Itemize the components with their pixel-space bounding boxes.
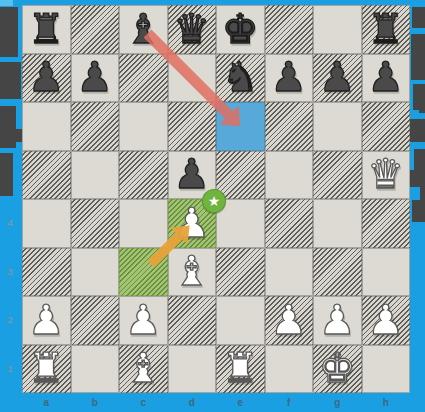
screen-tear-artifact (0, 153, 13, 196)
file-label-h: h (362, 394, 411, 410)
square-g6[interactable] (313, 102, 362, 151)
square-h6[interactable] (362, 102, 411, 151)
square-f1[interactable] (265, 345, 314, 394)
screen-tear-artifact (420, 186, 425, 201)
black-pawn-f7[interactable]: ♟ (265, 54, 314, 103)
square-g4[interactable] (313, 199, 362, 248)
square-b2[interactable] (71, 296, 120, 345)
screen-tear-artifact (410, 119, 425, 142)
file-label-a: a (22, 394, 71, 410)
rank-label-2: 2 (0, 296, 20, 345)
screen-tear-artifact (410, 170, 425, 187)
square-c4[interactable] (119, 199, 168, 248)
white-queen-h5[interactable]: ♛ (362, 151, 411, 200)
white-bishop-c1[interactable]: ♝ (119, 345, 168, 394)
square-f6[interactable] (265, 102, 314, 151)
black-pawn-b7[interactable]: ♟ (71, 54, 120, 103)
black-pawn-h7[interactable]: ♟ (362, 54, 411, 103)
square-g5[interactable] (313, 151, 362, 200)
black-pawn-g7[interactable]: ♟ (313, 54, 362, 103)
black-queen-d8[interactable]: ♛ (168, 5, 217, 54)
white-pawn-a2[interactable]: ♟ (22, 296, 71, 345)
square-b1[interactable] (71, 345, 120, 394)
square-b5[interactable] (71, 151, 120, 200)
screen-tear-artifact (419, 95, 425, 113)
rank-label-4: 4 (0, 199, 20, 248)
square-a6[interactable] (22, 102, 71, 151)
black-pawn-a7[interactable]: ♟ (22, 54, 71, 103)
file-label-b: b (71, 394, 120, 410)
screen-tear-artifact (0, 129, 22, 142)
square-d7[interactable] (168, 54, 217, 103)
white-pawn-h2[interactable]: ♟ (362, 296, 411, 345)
square-e3[interactable] (216, 248, 265, 297)
file-label-g: g (313, 394, 362, 410)
square-g8[interactable] (313, 5, 362, 54)
file-label-f: f (265, 394, 314, 410)
square-a3[interactable] (22, 248, 71, 297)
rank-label-1: 1 (0, 345, 20, 394)
screen-tear-artifact (411, 34, 425, 80)
file-label-c: c (119, 394, 168, 410)
white-bishop-d3[interactable]: ♝ (168, 248, 217, 297)
black-rook-a8[interactable]: ♜ (22, 5, 71, 54)
file-label-e: e (216, 394, 265, 410)
square-b3[interactable] (71, 248, 120, 297)
white-king-g1[interactable]: ♚ (313, 345, 362, 394)
rank-label-3: 3 (0, 248, 20, 297)
square-h3[interactable] (362, 248, 411, 297)
black-rook-h8[interactable]: ♜ (362, 5, 411, 54)
white-pawn-f2[interactable]: ♟ (265, 296, 314, 345)
square-c6[interactable] (119, 102, 168, 151)
square-b6[interactable] (71, 102, 120, 151)
square-d1[interactable] (168, 345, 217, 394)
square-e2[interactable] (216, 296, 265, 345)
square-b4[interactable] (71, 199, 120, 248)
black-knight-e7[interactable]: ♞ (216, 54, 265, 103)
file-label-d: d (168, 394, 217, 410)
square-d6[interactable] (168, 102, 217, 151)
screen-tear-artifact (412, 7, 425, 28)
square-d2[interactable] (168, 296, 217, 345)
square-h1[interactable] (362, 345, 411, 394)
square-f3[interactable] (265, 248, 314, 297)
screen-tear-artifact (0, 7, 18, 57)
chess-analysis-screenshot: ♜♝♛♚♜♟♟♞♟♟♟♟♛♟♝♟♟♟♟♟♜♝♜♚ ★ 87654321abcde… (0, 0, 425, 412)
square-a4[interactable] (22, 199, 71, 248)
white-pawn-c2[interactable]: ♟ (119, 296, 168, 345)
white-rook-e1[interactable]: ♜ (216, 345, 265, 394)
square-b8[interactable] (71, 5, 120, 54)
square-g3[interactable] (313, 248, 362, 297)
screen-tear-artifact (0, 0, 13, 6)
square-c7[interactable] (119, 54, 168, 103)
square-f8[interactable] (265, 5, 314, 54)
best-move-star-badge: ★ (202, 189, 226, 213)
square-c5[interactable] (119, 151, 168, 200)
square-a5[interactable] (22, 151, 71, 200)
white-rook-a1[interactable]: ♜ (22, 345, 71, 394)
square-c3[interactable] (119, 248, 168, 297)
square-f5[interactable] (265, 151, 314, 200)
black-king-e8[interactable]: ♚ (216, 5, 265, 54)
square-e6[interactable] (216, 102, 265, 151)
black-bishop-c8[interactable]: ♝ (119, 5, 168, 54)
screen-tear-artifact (0, 62, 21, 99)
white-pawn-g2[interactable]: ♟ (313, 296, 362, 345)
square-h4[interactable] (362, 199, 411, 248)
square-e5[interactable] (216, 151, 265, 200)
screen-tear-artifact (412, 200, 425, 222)
square-f4[interactable] (265, 199, 314, 248)
